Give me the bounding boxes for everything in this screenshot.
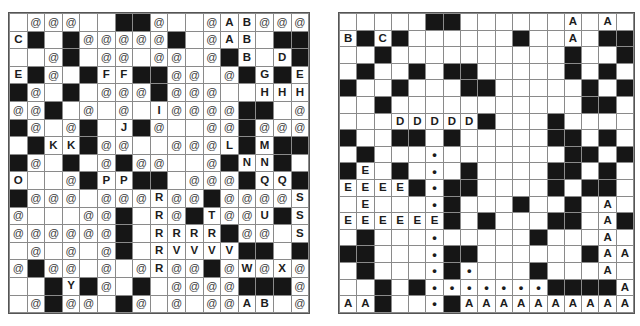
at-cell-r7c2: @ — [28, 120, 45, 137]
empty-cell-r10c10 — [496, 163, 512, 179]
dot-cell-r17c7: • — [444, 280, 460, 296]
empty-cell-r10c10 — [168, 172, 185, 189]
black-cell-r4c8 — [461, 64, 477, 80]
empty-cell-r3c11 — [186, 49, 203, 66]
black-cell-r9c14 — [565, 147, 581, 163]
letter-cell-A-r1c13: A — [221, 14, 238, 31]
letter-cell-L-r8c13: L — [221, 137, 238, 154]
letter-cell-R-r13c11: R — [186, 225, 203, 242]
empty-cell-r14c11 — [513, 230, 529, 246]
black-cell-r14c2 — [357, 230, 373, 246]
empty-cell-r6c7 — [444, 97, 460, 113]
empty-cell-r3c2 — [28, 49, 45, 66]
at-cell-r12c13: @ — [221, 208, 238, 225]
black-cell-r4c2 — [28, 67, 45, 84]
letter-cell-A-r18c14: A — [565, 296, 581, 312]
at-cell-r4c10: @ — [168, 67, 185, 84]
empty-cell-r9c1 — [340, 147, 356, 163]
dot-cell-r18c6: • — [426, 296, 442, 312]
at-cell-r11c4: @ — [63, 190, 80, 207]
black-cell-r6c14 — [239, 102, 256, 119]
at-cell-r12c14: @ — [239, 208, 256, 225]
empty-cell-r12c8 — [133, 208, 150, 225]
black-cell-r9c16 — [274, 155, 291, 172]
empty-cell-r14c8 — [133, 243, 150, 260]
empty-cell-r1c11 — [513, 14, 529, 30]
at-cell-r6c2: @ — [28, 102, 45, 119]
letter-cell-E-r4c17: E — [292, 67, 309, 84]
empty-cell-r4c15 — [582, 64, 598, 80]
black-cell-r16c3 — [45, 278, 62, 295]
at-cell-r17c17: @ — [292, 296, 309, 313]
empty-cell-r3c2 — [357, 47, 373, 63]
empty-cell-r16c7 — [116, 278, 133, 295]
letter-cell-E-r11c1: E — [340, 180, 356, 196]
empty-cell-r2c7 — [444, 31, 460, 47]
letter-cell-A-r18c2: A — [357, 296, 373, 312]
empty-cell-r9c3 — [45, 155, 62, 172]
black-cell-r16c12 — [530, 263, 546, 279]
empty-cell-r15c7 — [116, 260, 133, 277]
empty-cell-r5c5 — [409, 80, 425, 96]
black-cell-r5c4 — [392, 80, 408, 96]
black-cell-r3c17 — [617, 47, 633, 63]
empty-cell-r2c13 — [548, 31, 564, 47]
black-cell-r5c9 — [478, 80, 494, 96]
letter-cell-B-r2c14: B — [239, 32, 256, 49]
empty-cell-r2c6 — [426, 31, 442, 47]
at-cell-r15c15: @ — [256, 260, 273, 277]
letter-cell-A-r18c9: A — [478, 296, 494, 312]
black-cell-r10c1 — [340, 163, 356, 179]
black-cell-r10c16 — [599, 163, 615, 179]
empty-cell-r15c12 — [530, 246, 546, 262]
letter-cell-E-r11c3: E — [375, 180, 391, 196]
at-cell-r16c13: @ — [221, 278, 238, 295]
empty-cell-r15c9 — [478, 246, 494, 262]
letter-cell-H-r5c16: H — [274, 84, 291, 101]
empty-cell-r13c8 — [461, 213, 477, 229]
empty-cell-r1c5 — [80, 14, 97, 31]
empty-cell-r13c8 — [133, 225, 150, 242]
letter-cell-U-r12c15: U — [256, 208, 273, 225]
empty-cell-r9c11 — [186, 155, 203, 172]
letter-cell-D-r3c16: D — [274, 49, 291, 66]
empty-cell-r13c15 — [582, 213, 598, 229]
black-cell-r8c16 — [599, 130, 615, 146]
letter-cell-A-r15c16: A — [599, 246, 615, 262]
at-cell-r11c11: @ — [186, 190, 203, 207]
empty-cell-r8c6 — [426, 130, 442, 146]
empty-cell-r17c16 — [274, 296, 291, 313]
at-cell-r9c2: @ — [28, 155, 45, 172]
empty-cell-r2c5 — [409, 31, 425, 47]
empty-cell-r9c7 — [444, 147, 460, 163]
empty-cell-r12c9 — [478, 197, 494, 213]
empty-cell-r15c3 — [375, 246, 391, 262]
empty-cell-r14c5 — [80, 243, 97, 260]
figure-canvas: @@@@@AB@@@C@@@@@@AB@@@@@@BDE@FF@@@GE@@@@… — [0, 0, 640, 326]
empty-cell-r5c11 — [513, 80, 529, 96]
letter-cell-A-r2c13: A — [221, 32, 238, 49]
at-cell-r5c8: @ — [133, 84, 150, 101]
black-cell-r6c3 — [45, 102, 62, 119]
black-cell-r10c17 — [292, 172, 309, 189]
at-cell-r10c13: @ — [221, 172, 238, 189]
black-cell-r4c16 — [599, 64, 615, 80]
empty-cell-r16c15 — [582, 263, 598, 279]
empty-cell-r6c17 — [617, 97, 633, 113]
empty-cell-r6c10 — [496, 97, 512, 113]
letter-cell-H-r5c15: H — [256, 84, 273, 101]
letter-cell-A-r18c8: A — [461, 296, 477, 312]
black-cell-r1c6 — [426, 14, 442, 30]
at-cell-r8c11: @ — [186, 137, 203, 154]
at-cell-r12c5: @ — [80, 208, 97, 225]
at-cell-r7c17: @ — [292, 120, 309, 137]
empty-cell-r9c11 — [513, 147, 529, 163]
letter-cell-Q-r10c15: Q — [256, 172, 273, 189]
black-cell-r7c13 — [548, 114, 564, 130]
at-cell-r15c6: @ — [98, 260, 115, 277]
dot-cell-r16c6: • — [426, 263, 442, 279]
empty-cell-r16c17 — [617, 263, 633, 279]
dot-cell-r17c6: • — [426, 280, 442, 296]
black-cell-r2c17 — [292, 32, 309, 49]
empty-cell-r3c7 — [444, 47, 460, 63]
at-cell-r5c12: @ — [204, 84, 221, 101]
letter-cell-S-r11c17: S — [292, 190, 309, 207]
empty-cell-r10c2 — [28, 172, 45, 189]
at-cell-r11c7: @ — [116, 190, 133, 207]
at-cell-r6c17: @ — [292, 102, 309, 119]
letter-cell-B-r3c14: B — [239, 49, 256, 66]
letter-cell-D-r7c4: D — [392, 114, 408, 130]
empty-cell-r2c15 — [582, 31, 598, 47]
at-cell-r8c7: @ — [116, 137, 133, 154]
at-cell-r16c11: @ — [186, 278, 203, 295]
empty-cell-r8c9 — [478, 130, 494, 146]
letter-cell-A-r17c17: A — [617, 280, 633, 296]
black-cell-r6c16 — [599, 97, 615, 113]
letter-cell-E-r13c1: E — [340, 213, 356, 229]
empty-cell-r8c8 — [461, 130, 477, 146]
dot-cell-r17c10: • — [496, 280, 512, 296]
letter-cell-A-r14c16: A — [599, 230, 615, 246]
empty-cell-r7c14 — [565, 114, 581, 130]
at-cell-r11c6: @ — [98, 190, 115, 207]
black-cell-r11c13 — [548, 180, 564, 196]
black-cell-r15c2 — [357, 246, 373, 262]
empty-cell-r3c8 — [461, 47, 477, 63]
at-cell-r12c1: @ — [10, 208, 27, 225]
right-grid: AABCADDDDD•E•EEEE•E•AEEEEEEA•A•AA••A••••… — [338, 12, 635, 314]
at-cell-r15c4: @ — [63, 260, 80, 277]
empty-cell-r6c2 — [357, 97, 373, 113]
black-cell-r6c15 — [256, 102, 273, 119]
empty-cell-r4c4 — [392, 64, 408, 80]
at-cell-r1c2: @ — [28, 14, 45, 31]
letter-cell-H-r5c17: H — [292, 84, 309, 101]
letter-cell-C-r2c3: C — [375, 31, 391, 47]
black-cell-r5c1 — [10, 84, 27, 101]
empty-cell-r16c14 — [565, 263, 581, 279]
letter-cell-K-r8c3: K — [45, 137, 62, 154]
empty-cell-r17c1 — [340, 280, 356, 296]
letter-cell-A-r13c16: A — [599, 213, 615, 229]
black-cell-r2c10 — [168, 32, 185, 49]
empty-cell-r18c4 — [392, 296, 408, 312]
empty-cell-r14c7 — [444, 230, 460, 246]
at-cell-r6c10: @ — [168, 102, 185, 119]
at-cell-r7c12: @ — [204, 120, 221, 137]
empty-cell-r16c9 — [478, 263, 494, 279]
letter-cell-E-r13c6: E — [426, 213, 442, 229]
empty-cell-r3c5 — [409, 47, 425, 63]
letter-cell-A-r17c14: A — [239, 296, 256, 313]
at-cell-r5c7: @ — [116, 84, 133, 101]
empty-cell-r16c5 — [409, 263, 425, 279]
letter-cell-A-r18c17: A — [617, 296, 633, 312]
empty-cell-r7c6 — [98, 120, 115, 137]
black-cell-r15c7 — [444, 246, 460, 262]
black-cell-r2c11 — [513, 31, 529, 47]
black-cell-r12c11 — [513, 197, 529, 213]
empty-cell-r6c13 — [548, 97, 564, 113]
black-cell-r15c1 — [340, 246, 356, 262]
empty-cell-r6c14 — [565, 97, 581, 113]
black-cell-r7c1 — [10, 120, 27, 137]
at-cell-r9c8: @ — [133, 155, 150, 172]
black-cell-r12c7 — [116, 208, 133, 225]
at-cell-r4c3: @ — [45, 67, 62, 84]
empty-cell-r9c10 — [496, 147, 512, 163]
empty-cell-r15c11 — [513, 246, 529, 262]
black-cell-r13c13 — [221, 225, 238, 242]
empty-cell-r5c13 — [221, 84, 238, 101]
empty-cell-r5c7 — [444, 80, 460, 96]
empty-cell-r9c13 — [548, 147, 564, 163]
empty-cell-r3c9 — [478, 47, 494, 63]
at-cell-r3c6: @ — [98, 49, 115, 66]
black-cell-r12c7 — [444, 197, 460, 213]
dot-cell-r14c6: • — [426, 230, 442, 246]
letter-cell-S-r12c17: S — [292, 208, 309, 225]
black-cell-r13c9 — [478, 213, 494, 229]
at-cell-r1c16: @ — [274, 14, 291, 31]
empty-cell-r9c12 — [530, 147, 546, 163]
at-cell-r11c16: @ — [274, 190, 291, 207]
dot-cell-r17c11: • — [513, 280, 529, 296]
at-cell-r5c11: @ — [186, 84, 203, 101]
empty-cell-r3c8 — [133, 49, 150, 66]
empty-cell-r15c10 — [496, 246, 512, 262]
empty-cell-r17c9 — [151, 296, 168, 313]
at-cell-r14c4: @ — [63, 243, 80, 260]
empty-cell-r7c10 — [496, 114, 512, 130]
black-cell-r10c14 — [239, 172, 256, 189]
at-cell-r7c4: @ — [63, 120, 80, 137]
at-cell-r2c5: @ — [80, 32, 97, 49]
at-cell-r17c13: @ — [221, 296, 238, 313]
empty-cell-r15c4 — [392, 246, 408, 262]
empty-cell-r13c16 — [274, 225, 291, 242]
empty-cell-r10c7 — [444, 163, 460, 179]
at-cell-r15c13: @ — [221, 260, 238, 277]
at-cell-r10c12: @ — [204, 172, 221, 189]
empty-cell-r14c14 — [565, 230, 581, 246]
black-cell-r4c8 — [133, 67, 150, 84]
at-cell-r5c2: @ — [28, 84, 45, 101]
black-cell-r8c1 — [340, 130, 356, 146]
at-cell-r6c13: @ — [221, 102, 238, 119]
empty-cell-r9c17 — [292, 155, 309, 172]
black-cell-r16c14 — [239, 278, 256, 295]
empty-cell-r3c6 — [426, 47, 442, 63]
empty-cell-r4c9 — [478, 64, 494, 80]
black-cell-r14c14 — [239, 243, 256, 260]
at-cell-r3c7: @ — [116, 49, 133, 66]
letter-cell-D-r7c7: D — [444, 114, 460, 130]
at-cell-r2c9: @ — [151, 32, 168, 49]
empty-cell-r14c15 — [582, 230, 598, 246]
empty-cell-r5c3 — [45, 84, 62, 101]
empty-cell-r12c4 — [63, 208, 80, 225]
dot-cell-r17c12: • — [530, 280, 546, 296]
empty-cell-r11c17 — [617, 180, 633, 196]
at-cell-r13c6: @ — [98, 225, 115, 242]
letter-cell-X-r15c16: X — [274, 260, 291, 277]
black-cell-r14c17 — [292, 243, 309, 260]
black-cell-r17c3 — [375, 280, 391, 296]
black-cell-r10c13 — [548, 163, 564, 179]
empty-cell-r9c16 — [599, 147, 615, 163]
empty-cell-r15c5 — [80, 260, 97, 277]
empty-cell-r11c9 — [478, 180, 494, 196]
empty-cell-r14c1 — [10, 243, 27, 260]
at-cell-r11c3: @ — [45, 190, 62, 207]
at-cell-r7c9: @ — [151, 120, 168, 137]
letter-cell-D-r7c8: D — [461, 114, 477, 130]
letter-cell-A-r15c17: A — [617, 246, 633, 262]
letter-cell-M-r8c15: M — [256, 137, 273, 154]
empty-cell-r2c8 — [461, 31, 477, 47]
empty-cell-r7c3 — [375, 114, 391, 130]
at-cell-r1c12: @ — [204, 14, 221, 31]
empty-cell-r9c9 — [478, 147, 494, 163]
empty-cell-r11c12 — [530, 180, 546, 196]
empty-cell-r4c6 — [426, 64, 442, 80]
black-cell-r2c4 — [63, 32, 80, 49]
at-cell-r15c1: @ — [10, 260, 27, 277]
letter-cell-A-r18c1: A — [340, 296, 356, 312]
black-cell-r3c17 — [292, 49, 309, 66]
black-cell-r16c8 — [133, 278, 150, 295]
black-cell-r3c4 — [63, 49, 80, 66]
letter-cell-T-r12c12: T — [204, 208, 221, 225]
empty-cell-r1c8 — [461, 14, 477, 30]
black-cell-r17c5 — [409, 280, 425, 296]
letter-cell-V-r14c11: V — [186, 243, 203, 260]
at-cell-r6c7: @ — [116, 102, 133, 119]
empty-cell-r7c11 — [513, 114, 529, 130]
at-cell-r13c15: @ — [256, 225, 273, 242]
at-cell-r11c10: @ — [168, 190, 185, 207]
left-grid: @@@@@AB@@@C@@@@@@AB@@@@@@BDE@FF@@@GE@@@@… — [8, 12, 310, 314]
empty-cell-r14c3 — [375, 230, 391, 246]
empty-cell-r7c16 — [599, 114, 615, 130]
empty-cell-r16c10 — [496, 263, 512, 279]
empty-cell-r3c15 — [256, 49, 273, 66]
empty-cell-r7c11 — [186, 120, 203, 137]
empty-cell-r1c10 — [496, 14, 512, 30]
black-cell-r8c14 — [565, 130, 581, 146]
letter-cell-Q-r10c16: Q — [274, 172, 291, 189]
at-cell-r12c10: @ — [168, 208, 185, 225]
at-cell-r17c12: @ — [204, 296, 221, 313]
empty-cell-r6c8 — [133, 102, 150, 119]
black-cell-r5c1 — [340, 80, 356, 96]
black-cell-r5c9 — [151, 84, 168, 101]
at-cell-r15c3: @ — [45, 260, 62, 277]
empty-cell-r16c2 — [28, 278, 45, 295]
at-cell-r10c11: @ — [186, 172, 203, 189]
dot-cell-r11c6: • — [426, 180, 442, 196]
black-cell-r2c4 — [392, 31, 408, 47]
empty-cell-r4c10 — [496, 64, 512, 80]
empty-cell-r10c17 — [617, 163, 633, 179]
at-cell-r9c12: @ — [204, 155, 221, 172]
empty-cell-r15c5 — [409, 246, 425, 262]
letter-cell-F-r4c7: F — [116, 67, 133, 84]
black-cell-r18c7 — [444, 296, 460, 312]
empty-cell-r4c12 — [204, 67, 221, 84]
empty-cell-r5c3 — [375, 80, 391, 96]
black-cell-r3c13 — [221, 49, 238, 66]
empty-cell-r11c10 — [496, 180, 512, 196]
black-cell-r4c16 — [274, 67, 291, 84]
empty-cell-r12c3 — [375, 197, 391, 213]
empty-cell-r6c5 — [409, 97, 425, 113]
black-cell-r11c15 — [582, 180, 598, 196]
at-cell-r3c12: @ — [204, 49, 221, 66]
letter-cell-E-r10c2: E — [357, 163, 373, 179]
at-cell-r13c1: @ — [10, 225, 27, 242]
empty-cell-r17c11 — [186, 296, 203, 313]
letter-cell-D-r7c6: D — [426, 114, 442, 130]
black-cell-r11c5 — [409, 180, 425, 196]
at-cell-r7c13: @ — [221, 120, 238, 137]
dot-cell-r12c6: • — [426, 197, 442, 213]
black-cell-r13c13 — [548, 213, 564, 229]
empty-cell-r2c15 — [256, 32, 273, 49]
black-cell-r18c3 — [375, 296, 391, 312]
at-cell-r1c15: @ — [256, 14, 273, 31]
black-cell-r16c2 — [357, 263, 373, 279]
at-cell-r6c1: @ — [10, 102, 27, 119]
at-cell-r15c10: @ — [168, 260, 185, 277]
empty-cell-r9c3 — [375, 147, 391, 163]
empty-cell-r5c2 — [357, 80, 373, 96]
empty-cell-r9c5 — [80, 155, 97, 172]
empty-cell-r5c6 — [426, 80, 442, 96]
black-cell-r10c5 — [80, 172, 97, 189]
black-cell-r16c5 — [80, 278, 97, 295]
empty-cell-r8c10 — [496, 130, 512, 146]
empty-cell-r13c12 — [530, 213, 546, 229]
empty-cell-r7c12 — [530, 114, 546, 130]
empty-cell-r14c8 — [461, 230, 477, 246]
